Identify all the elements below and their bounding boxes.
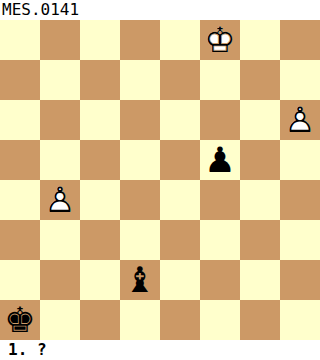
square-f5[interactable]: ♟	[200, 140, 240, 180]
square-h6[interactable]: ♟♙	[280, 100, 320, 140]
black-king[interactable]: ♚	[0, 300, 40, 340]
square-h4[interactable]	[280, 180, 320, 220]
square-a8[interactable]	[0, 20, 40, 60]
square-f8[interactable]: ♚♔	[200, 20, 240, 60]
square-d4[interactable]	[120, 180, 160, 220]
white-pawn[interactable]: ♟♙	[40, 180, 80, 220]
square-b7[interactable]	[40, 60, 80, 100]
square-b4[interactable]: ♟♙	[40, 180, 80, 220]
square-h5[interactable]	[280, 140, 320, 180]
diagram-title: MES.0141	[0, 0, 320, 20]
square-f6[interactable]	[200, 100, 240, 140]
square-h1[interactable]	[280, 300, 320, 340]
square-e7[interactable]	[160, 60, 200, 100]
square-d2[interactable]: ♝	[120, 260, 160, 300]
square-a7[interactable]	[0, 60, 40, 100]
white-pawn[interactable]: ♟♙	[280, 100, 320, 140]
black-king-glyph: ♚	[0, 300, 40, 340]
square-d3[interactable]	[120, 220, 160, 260]
square-g6[interactable]	[240, 100, 280, 140]
square-b3[interactable]	[40, 220, 80, 260]
square-f7[interactable]	[200, 60, 240, 100]
square-g1[interactable]	[240, 300, 280, 340]
square-e5[interactable]	[160, 140, 200, 180]
square-c5[interactable]	[80, 140, 120, 180]
square-b8[interactable]	[40, 20, 80, 60]
chess-board: ♚♔♟♙♟♟♙♝♚	[0, 20, 320, 340]
square-g3[interactable]	[240, 220, 280, 260]
square-b5[interactable]	[40, 140, 80, 180]
square-a2[interactable]	[0, 260, 40, 300]
square-h7[interactable]	[280, 60, 320, 100]
square-d7[interactable]	[120, 60, 160, 100]
square-e2[interactable]	[160, 260, 200, 300]
square-e8[interactable]	[160, 20, 200, 60]
square-f1[interactable]	[200, 300, 240, 340]
white-pawn-outline-glyph: ♙	[40, 180, 80, 220]
square-g8[interactable]	[240, 20, 280, 60]
square-g7[interactable]	[240, 60, 280, 100]
square-e4[interactable]	[160, 180, 200, 220]
square-c6[interactable]	[80, 100, 120, 140]
black-pawn[interactable]: ♟	[200, 140, 240, 180]
square-c7[interactable]	[80, 60, 120, 100]
square-d5[interactable]	[120, 140, 160, 180]
move-prompt: 1. ?	[0, 340, 320, 360]
square-c4[interactable]	[80, 180, 120, 220]
square-d1[interactable]	[120, 300, 160, 340]
black-bishop[interactable]: ♝	[120, 260, 160, 300]
square-b2[interactable]	[40, 260, 80, 300]
white-king-outline-glyph: ♔	[200, 20, 240, 60]
square-h2[interactable]	[280, 260, 320, 300]
square-h3[interactable]	[280, 220, 320, 260]
square-b6[interactable]	[40, 100, 80, 140]
square-f4[interactable]	[200, 180, 240, 220]
square-g4[interactable]	[240, 180, 280, 220]
square-d8[interactable]	[120, 20, 160, 60]
square-a4[interactable]	[0, 180, 40, 220]
square-e6[interactable]	[160, 100, 200, 140]
square-e1[interactable]	[160, 300, 200, 340]
square-h8[interactable]	[280, 20, 320, 60]
black-pawn-glyph: ♟	[200, 140, 240, 180]
square-g2[interactable]	[240, 260, 280, 300]
square-c1[interactable]	[80, 300, 120, 340]
square-c3[interactable]	[80, 220, 120, 260]
square-d6[interactable]	[120, 100, 160, 140]
chess-diagram: MES.0141 ♚♔♟♙♟♟♙♝♚ 1. ?	[0, 0, 320, 360]
square-f3[interactable]	[200, 220, 240, 260]
square-c2[interactable]	[80, 260, 120, 300]
square-a1[interactable]: ♚	[0, 300, 40, 340]
white-king[interactable]: ♚♔	[200, 20, 240, 60]
square-e3[interactable]	[160, 220, 200, 260]
square-c8[interactable]	[80, 20, 120, 60]
black-bishop-glyph: ♝	[120, 260, 160, 300]
square-a6[interactable]	[0, 100, 40, 140]
square-a3[interactable]	[0, 220, 40, 260]
square-b1[interactable]	[40, 300, 80, 340]
white-pawn-outline-glyph: ♙	[280, 100, 320, 140]
square-f2[interactable]	[200, 260, 240, 300]
square-g5[interactable]	[240, 140, 280, 180]
square-a5[interactable]	[0, 140, 40, 180]
